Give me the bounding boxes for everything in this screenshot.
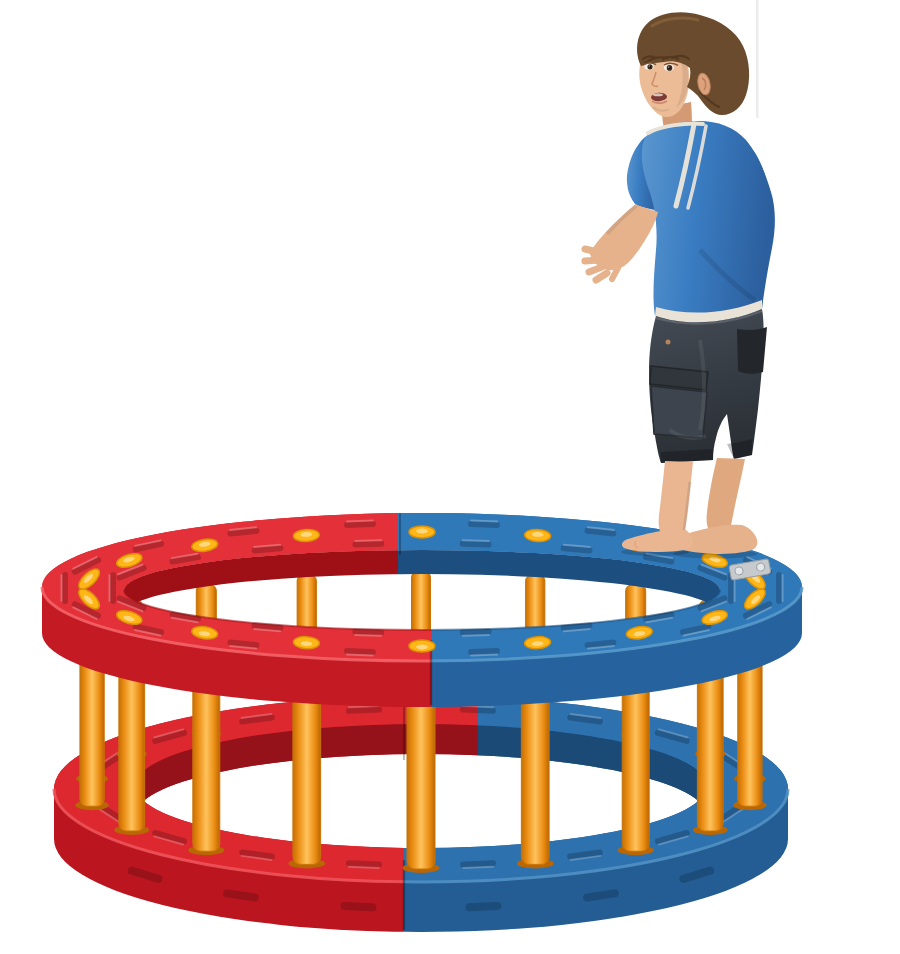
rail-slot-groove <box>347 651 373 652</box>
rail-slot-groove <box>355 632 381 633</box>
rail-slot <box>463 706 493 711</box>
rail-slot <box>254 626 280 632</box>
rail-side-slot-groove <box>470 906 498 907</box>
rail-slot <box>254 545 280 551</box>
rail-slot-groove <box>471 524 497 525</box>
eye-catchlight <box>668 67 669 68</box>
rail-slot-groove <box>231 642 257 645</box>
rail-slot-groove <box>463 710 493 711</box>
rail-slot <box>463 863 493 868</box>
rail-slot <box>471 521 497 525</box>
rail-slot-groove <box>463 632 489 633</box>
ring-post <box>521 681 549 865</box>
rail-slot <box>347 521 373 525</box>
ring-post <box>193 671 220 851</box>
rail-slot <box>779 575 783 601</box>
rail-slot <box>110 575 114 601</box>
rail-slot-groove <box>588 531 614 534</box>
backdrop-seam-line <box>756 0 759 118</box>
rail-side-slot <box>587 893 615 897</box>
rail-slot-groove <box>463 544 489 545</box>
rail-slot-groove <box>231 531 257 534</box>
t-shirt <box>642 121 775 322</box>
rail-slot-lip <box>355 635 381 636</box>
rail-slot <box>349 706 379 711</box>
child-figure <box>585 12 775 558</box>
rail-slot-groove <box>349 710 379 711</box>
rail-side-slot <box>470 906 498 907</box>
rail-slot-lip <box>471 521 497 522</box>
rail-slot-lip <box>471 655 497 656</box>
rail-slot <box>355 632 381 636</box>
rail-slot-lip <box>347 655 373 656</box>
rail-slot <box>564 545 590 551</box>
rail-slot-lip <box>463 540 489 541</box>
rail-button-highlight <box>416 645 428 650</box>
cargo-pocket <box>651 386 707 438</box>
rail-button-highlight <box>416 529 428 534</box>
left-shin <box>707 458 745 530</box>
teeth <box>653 93 663 96</box>
rail-slot-groove <box>349 863 379 864</box>
product-photo <box>0 0 900 954</box>
rail-slot <box>347 651 373 655</box>
rail-slot <box>349 863 379 868</box>
ring-post <box>293 681 321 865</box>
rail-slot <box>463 632 489 636</box>
rail-side-slot <box>345 906 373 907</box>
illustration <box>0 0 900 954</box>
rail-slot-groove <box>355 544 381 545</box>
rail-slot <box>564 626 590 632</box>
rail-button <box>409 526 435 538</box>
rail-side-slot-groove <box>227 893 255 897</box>
rail-slot-groove <box>347 524 373 525</box>
rail-slot-lip <box>349 867 379 868</box>
rail-slot-groove <box>564 626 590 628</box>
ring-post <box>407 684 435 869</box>
rail-slot-groove <box>588 642 614 645</box>
rail-slot-groove <box>255 548 281 550</box>
ring-post <box>622 671 649 851</box>
rivet <box>666 340 671 345</box>
rail-slot-groove <box>471 651 497 652</box>
rail-slot-lip <box>463 635 489 636</box>
rail-slot-groove <box>463 863 493 864</box>
rail-side-slot-groove <box>587 893 615 897</box>
eye-catchlight <box>649 65 650 66</box>
rail-slot-lip <box>355 540 381 541</box>
rail-slot <box>355 540 381 544</box>
rail-button <box>409 640 435 652</box>
rail-slot <box>62 575 66 601</box>
rail-slot-groove <box>564 548 590 550</box>
rail-slot-lip <box>463 867 493 868</box>
back-pocket-flap <box>737 327 767 374</box>
shorts-cuff <box>727 439 752 459</box>
rail-slot <box>463 540 489 544</box>
rail-slot-lip <box>347 521 373 522</box>
rail-side-slot-groove <box>345 906 373 907</box>
rail-slot-groove <box>255 626 281 628</box>
rail-slot <box>471 651 497 655</box>
rail-side-slot <box>227 893 255 897</box>
